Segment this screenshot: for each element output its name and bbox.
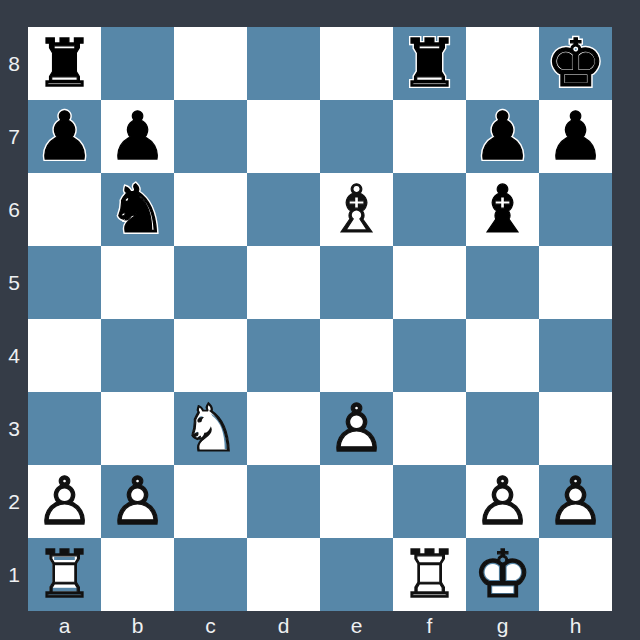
file-label-b: b [101, 611, 174, 640]
rank-label-1: 1 [0, 538, 28, 611]
square-h2[interactable]: ♟♙ [539, 465, 612, 538]
square-c7[interactable] [174, 100, 247, 173]
square-b4[interactable] [101, 319, 174, 392]
rank-label-7: 7 [0, 100, 28, 173]
rank-label-4: 4 [0, 319, 28, 392]
black-pawn-icon[interactable]: ♟ [539, 100, 612, 173]
square-a1[interactable]: ♜♖ [28, 538, 101, 611]
white-pawn-icon[interactable]: ♙ [101, 465, 174, 538]
square-b6[interactable]: ♞♞ [101, 173, 174, 246]
square-a8[interactable]: ♜♜ [28, 27, 101, 100]
square-d8[interactable] [247, 27, 320, 100]
white-pawn-icon[interactable]: ♙ [320, 392, 393, 465]
square-e6[interactable]: ♝♗ [320, 173, 393, 246]
square-g8[interactable] [466, 27, 539, 100]
rank-label-8: 8 [0, 27, 28, 100]
square-d7[interactable] [247, 100, 320, 173]
white-king-icon[interactable]: ♔ [466, 538, 539, 611]
white-bishop-icon[interactable]: ♗ [320, 173, 393, 246]
white-pawn-icon[interactable]: ♙ [28, 465, 101, 538]
square-b3[interactable] [101, 392, 174, 465]
square-b5[interactable] [101, 246, 174, 319]
square-h4[interactable] [539, 319, 612, 392]
square-h1[interactable] [539, 538, 612, 611]
square-d1[interactable] [247, 538, 320, 611]
rank-label-2: 2 [0, 465, 28, 538]
square-d3[interactable] [247, 392, 320, 465]
square-b7[interactable]: ♟♟ [101, 100, 174, 173]
square-e5[interactable] [320, 246, 393, 319]
square-g2[interactable]: ♟♙ [466, 465, 539, 538]
square-b8[interactable] [101, 27, 174, 100]
square-g6[interactable]: ♝♝ [466, 173, 539, 246]
square-c1[interactable] [174, 538, 247, 611]
square-f3[interactable] [393, 392, 466, 465]
file-label-a: a [28, 611, 101, 640]
black-rook-icon[interactable]: ♜ [393, 27, 466, 100]
square-h3[interactable] [539, 392, 612, 465]
square-f5[interactable] [393, 246, 466, 319]
square-g1[interactable]: ♚♔ [466, 538, 539, 611]
square-e3[interactable]: ♟♙ [320, 392, 393, 465]
file-label-f: f [393, 611, 466, 640]
square-a6[interactable] [28, 173, 101, 246]
rank-label-5: 5 [0, 246, 28, 319]
square-c8[interactable] [174, 27, 247, 100]
square-f4[interactable] [393, 319, 466, 392]
square-g7[interactable]: ♟♟ [466, 100, 539, 173]
black-pawn-icon[interactable]: ♟ [28, 100, 101, 173]
black-bishop-icon[interactable]: ♝ [466, 173, 539, 246]
black-king-icon[interactable]: ♚ [539, 27, 612, 100]
square-a4[interactable] [28, 319, 101, 392]
square-c2[interactable] [174, 465, 247, 538]
square-f7[interactable] [393, 100, 466, 173]
file-label-c: c [174, 611, 247, 640]
square-d2[interactable] [247, 465, 320, 538]
square-f8[interactable]: ♜♜ [393, 27, 466, 100]
square-b1[interactable] [101, 538, 174, 611]
file-label-h: h [539, 611, 612, 640]
rank-label-6: 6 [0, 173, 28, 246]
square-d5[interactable] [247, 246, 320, 319]
file-label-d: d [247, 611, 320, 640]
square-e4[interactable] [320, 319, 393, 392]
square-c4[interactable] [174, 319, 247, 392]
square-b2[interactable]: ♟♙ [101, 465, 174, 538]
square-a7[interactable]: ♟♟ [28, 100, 101, 173]
rank-label-3: 3 [0, 392, 28, 465]
square-g3[interactable] [466, 392, 539, 465]
file-label-g: g [466, 611, 539, 640]
white-rook-icon[interactable]: ♖ [28, 538, 101, 611]
square-h7[interactable]: ♟♟ [539, 100, 612, 173]
black-knight-icon[interactable]: ♞ [101, 173, 174, 246]
square-f2[interactable] [393, 465, 466, 538]
square-c6[interactable] [174, 173, 247, 246]
square-h6[interactable] [539, 173, 612, 246]
board-frame: ♜♜♜♜♚♚♟♟♟♟♟♟♟♟♞♞♝♗♝♝♞♘♟♙♟♙♟♙♟♙♟♙♜♖♜♖♚♔ 8… [0, 0, 640, 640]
file-label-e: e [320, 611, 393, 640]
square-d6[interactable] [247, 173, 320, 246]
chess-board: ♜♜♜♜♚♚♟♟♟♟♟♟♟♟♞♞♝♗♝♝♞♘♟♙♟♙♟♙♟♙♟♙♜♖♜♖♚♔ [28, 27, 612, 611]
square-f6[interactable] [393, 173, 466, 246]
square-h8[interactable]: ♚♚ [539, 27, 612, 100]
square-g4[interactable] [466, 319, 539, 392]
square-e2[interactable] [320, 465, 393, 538]
square-g5[interactable] [466, 246, 539, 319]
square-e8[interactable] [320, 27, 393, 100]
black-pawn-icon[interactable]: ♟ [466, 100, 539, 173]
black-rook-icon[interactable]: ♜ [28, 27, 101, 100]
white-rook-icon[interactable]: ♖ [393, 538, 466, 611]
white-pawn-icon[interactable]: ♙ [539, 465, 612, 538]
white-pawn-icon[interactable]: ♙ [466, 465, 539, 538]
square-h5[interactable] [539, 246, 612, 319]
black-pawn-icon[interactable]: ♟ [101, 100, 174, 173]
square-c5[interactable] [174, 246, 247, 319]
square-a2[interactable]: ♟♙ [28, 465, 101, 538]
square-c3[interactable]: ♞♘ [174, 392, 247, 465]
square-f1[interactable]: ♜♖ [393, 538, 466, 611]
white-knight-icon[interactable]: ♘ [174, 392, 247, 465]
square-a3[interactable] [28, 392, 101, 465]
square-a5[interactable] [28, 246, 101, 319]
square-e1[interactable] [320, 538, 393, 611]
square-e7[interactable] [320, 100, 393, 173]
square-d4[interactable] [247, 319, 320, 392]
